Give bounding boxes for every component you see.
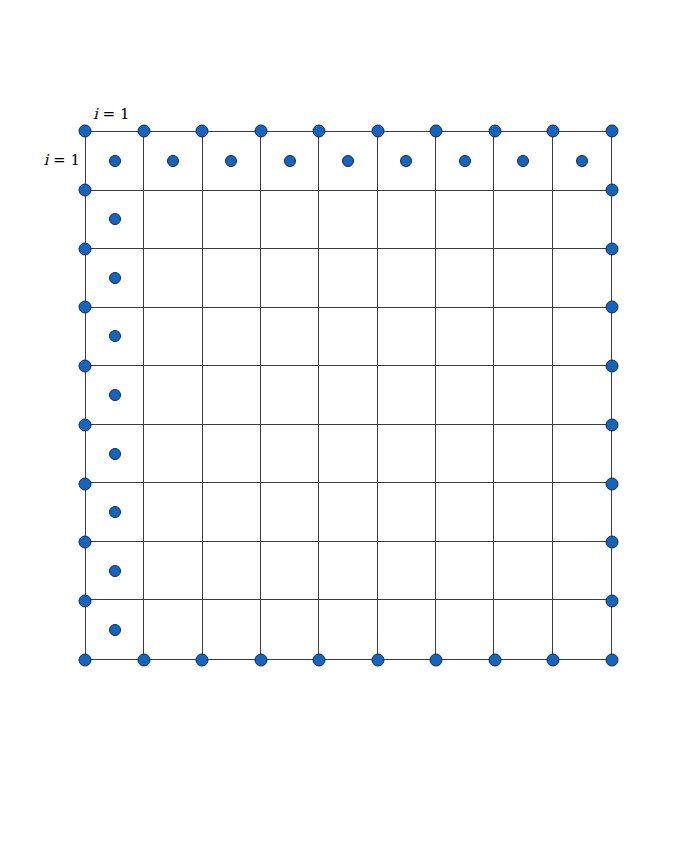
grid-cell [203,542,261,601]
grid-cell [494,366,552,425]
grid-cell [203,425,261,484]
grid-cell [203,132,261,191]
grid-cell [261,600,319,659]
cell-center-dot [109,448,121,460]
grid-cell [144,308,202,367]
grid-cell [86,483,144,542]
grid-cell [144,191,202,250]
label-left-rest: = 1 [48,151,80,169]
cell-center-dot [400,155,412,167]
grid-cell [144,132,202,191]
grid-cell [86,191,144,250]
cell-center-dot [167,155,179,167]
cell-center-dot [576,155,588,167]
cell-center-dot [109,330,121,342]
grid-cell [144,600,202,659]
grid-cell [436,600,494,659]
grid-cell [319,483,377,542]
grid-cell [436,249,494,308]
cell-center-dot [109,213,121,225]
grid-cell [378,249,436,308]
grid-cell [261,191,319,250]
grid-cell [261,132,319,191]
grid-cell [144,249,202,308]
grid-cell [144,483,202,542]
grid-cell [378,542,436,601]
label-i-equals-1-left: i = 1 [38,151,80,169]
grid-cell [553,366,611,425]
grid-cell [553,249,611,308]
grid-cell [553,191,611,250]
grid-cell [86,366,144,425]
grid-cell [319,600,377,659]
grid-cell [378,366,436,425]
grid-cell [319,308,377,367]
cell-center-dot [225,155,237,167]
cell-center-dot [109,389,121,401]
grid-cell [553,425,611,484]
grid-cell [436,542,494,601]
grid-cell [203,600,261,659]
grid-cell [86,132,144,191]
grid-cell [553,600,611,659]
grid-cell [494,191,552,250]
grid-cell [261,308,319,367]
grid-cell [494,308,552,367]
mesh-board [85,131,612,660]
grid-cell [494,132,552,191]
grid-cell [319,191,377,250]
cell-center-dot [284,155,296,167]
grid-cell [319,132,377,191]
grid-cell [494,542,552,601]
grid-cell [261,249,319,308]
grid-cell [203,191,261,250]
grid-cell [203,366,261,425]
grid-cell [86,425,144,484]
grid-cell [378,425,436,484]
label-top-rest: = 1 [98,105,130,123]
grid-cell [553,308,611,367]
grid-cell [436,191,494,250]
grid-cell [261,366,319,425]
grid-cell [319,542,377,601]
grid-cell [261,425,319,484]
grid-cell [494,600,552,659]
grid-cell [144,425,202,484]
grid-cell [494,425,552,484]
mesh-figure: i = 1 i = 1 [0,0,686,853]
grid-cell [378,132,436,191]
grid-cell [553,542,611,601]
grid-cell [86,249,144,308]
grid-cell [436,366,494,425]
grid-cell [436,132,494,191]
grid-cell [261,483,319,542]
grid-cell [319,249,377,308]
grid-cell [203,483,261,542]
grid-cell [319,425,377,484]
grid-cell [144,366,202,425]
grid-cell [86,542,144,601]
cell-center-dot [109,272,121,284]
cell-center-dot [109,624,121,636]
grid-cell [378,600,436,659]
grid-cell [436,483,494,542]
label-i-equals-1-top: i = 1 [93,105,129,123]
grid-cell [261,542,319,601]
grid-cell [86,600,144,659]
grid-cell [144,542,202,601]
grid-cell [203,308,261,367]
grid-cell [436,308,494,367]
grid-cell [436,425,494,484]
mesh-board-wrap [85,131,612,660]
grid-cell [203,249,261,308]
grid-cell [86,308,144,367]
cell-center-dot [459,155,471,167]
grid-cell [553,483,611,542]
cell-center-dot [109,506,121,518]
grid-cell [319,366,377,425]
grid-cell [494,249,552,308]
grid-cell [494,483,552,542]
cell-center-dot [109,565,121,577]
grid-cell [378,191,436,250]
cell-center-dot [342,155,354,167]
grid-cell [378,308,436,367]
grid-cell [553,132,611,191]
cell-center-dot [109,155,121,167]
grid-cell [378,483,436,542]
cell-center-dot [517,155,529,167]
